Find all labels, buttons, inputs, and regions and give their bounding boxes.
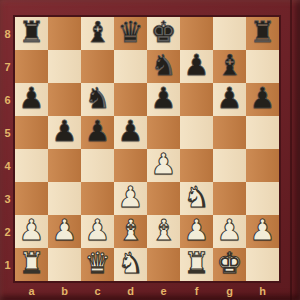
square-h3[interactable]: [246, 182, 279, 215]
piece-white-bishop: ♝: [151, 215, 177, 247]
square-g3[interactable]: [213, 182, 246, 215]
square-h2[interactable]: ♟: [246, 215, 279, 248]
square-e2[interactable]: ♝: [147, 215, 180, 248]
square-d6[interactable]: [114, 83, 147, 116]
square-g2[interactable]: ♟: [213, 215, 246, 248]
rank-label-1: 1: [0, 248, 15, 281]
square-d1[interactable]: ♞: [114, 248, 147, 281]
file-labels: abcdefgh: [15, 281, 279, 300]
square-e5[interactable]: [147, 116, 180, 149]
square-f5[interactable]: [180, 116, 213, 149]
piece-white-king: ♚: [217, 248, 243, 280]
square-f3[interactable]: ♞: [180, 182, 213, 215]
file-label-e: e: [147, 281, 180, 300]
square-f1[interactable]: ♜: [180, 248, 213, 281]
rank-label-3: 3: [0, 182, 15, 215]
square-c3[interactable]: [81, 182, 114, 215]
rank-labels: 87654321: [0, 17, 15, 281]
square-c1[interactable]: ♛: [81, 248, 114, 281]
square-a8[interactable]: ♜: [15, 17, 48, 50]
square-b7[interactable]: [48, 50, 81, 83]
square-h8[interactable]: ♜: [246, 17, 279, 50]
piece-white-bishop: ♝: [118, 215, 144, 247]
piece-black-bishop: ♝: [85, 17, 111, 49]
square-f7[interactable]: ♟: [180, 50, 213, 83]
square-a2[interactable]: ♟: [15, 215, 48, 248]
square-a7[interactable]: [15, 50, 48, 83]
square-g4[interactable]: [213, 149, 246, 182]
piece-white-queen: ♛: [85, 248, 111, 280]
piece-black-pawn: ♟: [151, 83, 177, 115]
rank-label-5: 5: [0, 116, 15, 149]
piece-black-pawn: ♟: [118, 116, 144, 148]
square-g8[interactable]: [213, 17, 246, 50]
piece-white-rook: ♜: [184, 248, 210, 280]
square-f2[interactable]: ♟: [180, 215, 213, 248]
piece-black-pawn: ♟: [85, 116, 111, 148]
chess-board: ♜♝♛♚♜♞♟♝♟♞♟♟♟♟♟♟♟♟♞♟♟♟♝♝♟♟♟♜♛♞♜♚: [15, 17, 279, 281]
piece-black-knight: ♞: [85, 83, 111, 115]
piece-white-pawn: ♟: [217, 215, 243, 247]
piece-black-pawn: ♟: [52, 116, 78, 148]
square-a6[interactable]: ♟: [15, 83, 48, 116]
square-h7[interactable]: [246, 50, 279, 83]
square-e7[interactable]: ♞: [147, 50, 180, 83]
file-label-a: a: [15, 281, 48, 300]
square-g5[interactable]: [213, 116, 246, 149]
piece-black-pawn: ♟: [19, 83, 45, 115]
piece-black-bishop: ♝: [217, 50, 243, 82]
square-d3[interactable]: ♟: [114, 182, 147, 215]
square-c7[interactable]: [81, 50, 114, 83]
square-f8[interactable]: [180, 17, 213, 50]
square-c6[interactable]: ♞: [81, 83, 114, 116]
piece-white-rook: ♜: [19, 248, 45, 280]
square-b4[interactable]: [48, 149, 81, 182]
piece-white-pawn: ♟: [250, 215, 276, 247]
square-b3[interactable]: [48, 182, 81, 215]
square-h5[interactable]: [246, 116, 279, 149]
square-b1[interactable]: [48, 248, 81, 281]
frame-seam: [290, 0, 292, 300]
square-h6[interactable]: ♟: [246, 83, 279, 116]
square-g7[interactable]: ♝: [213, 50, 246, 83]
square-b5[interactable]: ♟: [48, 116, 81, 149]
piece-black-rook: ♜: [250, 17, 276, 49]
piece-black-rook: ♜: [19, 17, 45, 49]
chess-diagram: 87654321 abcdefgh ♜♝♛♚♜♞♟♝♟♞♟♟♟♟♟♟♟♟♞♟♟♟…: [0, 0, 300, 300]
square-b6[interactable]: [48, 83, 81, 116]
piece-white-knight: ♞: [118, 248, 144, 280]
square-e4[interactable]: ♟: [147, 149, 180, 182]
square-d7[interactable]: [114, 50, 147, 83]
square-a4[interactable]: [15, 149, 48, 182]
square-d8[interactable]: ♛: [114, 17, 147, 50]
square-c2[interactable]: ♟: [81, 215, 114, 248]
file-label-b: b: [48, 281, 81, 300]
square-c8[interactable]: ♝: [81, 17, 114, 50]
square-d5[interactable]: ♟: [114, 116, 147, 149]
piece-white-pawn: ♟: [52, 215, 78, 247]
piece-black-knight: ♞: [151, 50, 177, 82]
rank-label-7: 7: [0, 50, 15, 83]
square-d4[interactable]: [114, 149, 147, 182]
rank-label-2: 2: [0, 215, 15, 248]
piece-white-pawn: ♟: [85, 215, 111, 247]
file-label-f: f: [180, 281, 213, 300]
square-e6[interactable]: ♟: [147, 83, 180, 116]
square-a3[interactable]: [15, 182, 48, 215]
file-label-c: c: [81, 281, 114, 300]
rank-label-4: 4: [0, 149, 15, 182]
square-e8[interactable]: ♚: [147, 17, 180, 50]
square-g1[interactable]: ♚: [213, 248, 246, 281]
rank-label-8: 8: [0, 17, 15, 50]
piece-black-king: ♚: [151, 17, 177, 49]
square-h4[interactable]: [246, 149, 279, 182]
piece-white-pawn: ♟: [151, 149, 177, 181]
file-label-h: h: [246, 281, 279, 300]
piece-white-pawn: ♟: [118, 182, 144, 214]
square-b8[interactable]: [48, 17, 81, 50]
square-b2[interactable]: ♟: [48, 215, 81, 248]
piece-black-pawn: ♟: [184, 50, 210, 82]
square-c4[interactable]: [81, 149, 114, 182]
rank-label-6: 6: [0, 83, 15, 116]
square-g6[interactable]: ♟: [213, 83, 246, 116]
square-h1[interactable]: [246, 248, 279, 281]
piece-white-pawn: ♟: [184, 215, 210, 247]
square-a5[interactable]: [15, 116, 48, 149]
square-a1[interactable]: ♜: [15, 248, 48, 281]
square-e3[interactable]: [147, 182, 180, 215]
piece-white-knight: ♞: [184, 182, 210, 214]
file-label-g: g: [213, 281, 246, 300]
square-f4[interactable]: [180, 149, 213, 182]
square-d2[interactable]: ♝: [114, 215, 147, 248]
square-c5[interactable]: ♟: [81, 116, 114, 149]
piece-black-queen: ♛: [118, 17, 144, 49]
piece-black-pawn: ♟: [217, 83, 243, 115]
piece-black-pawn: ♟: [250, 83, 276, 115]
file-label-d: d: [114, 281, 147, 300]
piece-white-pawn: ♟: [19, 215, 45, 247]
square-f6[interactable]: [180, 83, 213, 116]
square-e1[interactable]: [147, 248, 180, 281]
